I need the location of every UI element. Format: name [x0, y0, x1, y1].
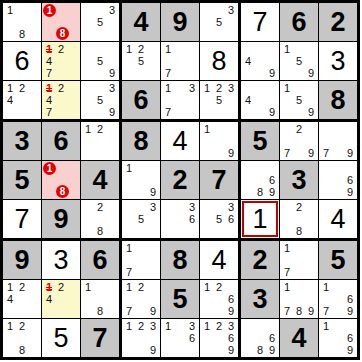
- cell-r8c3[interactable]: 18: [81, 280, 119, 318]
- solved-digit: 8: [200, 42, 238, 80]
- candidate-grid: 1247: [43, 82, 79, 118]
- candidate-5: 5: [94, 94, 106, 106]
- candidate-grid: 124: [4, 281, 40, 317]
- cell-r4c1[interactable]: 3: [3, 122, 41, 160]
- cell-r6c7[interactable]: 1: [241, 200, 279, 238]
- candidate-7: 7: [43, 67, 55, 79]
- candidate-grid: 18: [43, 162, 79, 198]
- cell-r4c8[interactable]: 279: [280, 122, 318, 160]
- cell-r5c8[interactable]: 3: [280, 161, 318, 199]
- cell-r4c7[interactable]: 5: [241, 122, 279, 160]
- given-digit: 6: [42, 122, 80, 160]
- cell-r7c3[interactable]: 6: [81, 241, 119, 279]
- candidate-1: 1: [201, 123, 213, 135]
- candidate-grid: 17: [123, 242, 159, 278]
- candidate-1: 1: [4, 4, 16, 16]
- cell-r3c5[interactable]: 137: [161, 81, 199, 119]
- candidate-4: 4: [4, 293, 16, 305]
- candidate-9: 9: [225, 344, 237, 356]
- candidate-7: 7: [320, 305, 332, 317]
- candidate-1-pair-highlight: 1: [43, 4, 56, 17]
- candidate-8: 8: [293, 225, 305, 237]
- candidate-1: 1: [4, 82, 16, 94]
- candidate-9: 9: [147, 186, 159, 198]
- cell-r8c4[interactable]: 1279: [122, 280, 160, 318]
- cell-r3c8[interactable]: 159: [280, 81, 318, 119]
- candidate-grid: 169: [320, 320, 356, 356]
- candidate-grid: 79: [320, 123, 356, 159]
- box-3: 762491593491598: [241, 3, 357, 119]
- candidate-3: 3: [225, 4, 237, 16]
- candidate-grid: 18: [4, 4, 40, 40]
- candidate-grid: 28: [82, 201, 118, 237]
- candidate-5: 5: [135, 55, 147, 67]
- candidate-8-pair-highlight: 8: [56, 27, 69, 40]
- candidate-7: 7: [123, 305, 135, 317]
- solved-digit: 7: [3, 200, 41, 238]
- candidate-2: 2: [55, 281, 67, 293]
- candidate-5: 5: [213, 94, 225, 106]
- given-digit: 3: [241, 280, 279, 318]
- cell-r1c8[interactable]: 6: [280, 3, 318, 41]
- candidate-2: 2: [16, 320, 28, 332]
- candidate-9: 9: [344, 147, 356, 159]
- candidate-7: 7: [162, 106, 174, 118]
- cell-r2c3[interactable]: 59: [81, 42, 119, 80]
- candidate-8: 8: [16, 28, 28, 40]
- candidate-7: 7: [281, 305, 293, 317]
- given-digit: 7: [200, 161, 238, 199]
- solved-digit: 4: [161, 122, 199, 160]
- candidate-1: 1: [201, 320, 213, 332]
- candidate-6: 6: [225, 332, 237, 344]
- cell-r8c6[interactable]: 1269: [200, 280, 238, 318]
- candidate-grid: 36: [162, 201, 198, 237]
- cell-r8c9[interactable]: 1679: [319, 280, 357, 318]
- candidate-grid: 159: [281, 43, 317, 79]
- candidate-2: 2: [135, 320, 147, 332]
- candidate-3: 3: [147, 201, 159, 213]
- candidate-9: 9: [225, 305, 237, 317]
- candidate-2: 2: [16, 281, 28, 293]
- candidate-grid: 279: [281, 123, 317, 159]
- cell-r6c8[interactable]: 28: [280, 200, 318, 238]
- candidate-grid: 1235: [201, 82, 237, 118]
- candidate-3: 3: [186, 201, 198, 213]
- candidate-7: 7: [281, 266, 293, 278]
- candidate-2: 2: [213, 320, 225, 332]
- candidate-grid: 18: [43, 4, 79, 40]
- cell-r3c6[interactable]: 1235: [200, 81, 238, 119]
- solved-digit: 7: [241, 3, 279, 41]
- candidate-grid: 17: [162, 43, 198, 79]
- cell-r5c1[interactable]: 5: [3, 161, 41, 199]
- cell-r2c4[interactable]: 125: [122, 42, 160, 80]
- cell-r1c6[interactable]: 35: [200, 3, 238, 41]
- candidate-grid: 49: [242, 43, 278, 79]
- cell-r8c2[interactable]: 124: [42, 280, 80, 318]
- candidate-1: 1: [162, 320, 174, 332]
- candidate-grid: 35: [201, 4, 237, 40]
- candidate-1-eliminated: 1: [43, 82, 55, 94]
- candidate-1: 1: [82, 123, 94, 135]
- candidate-grid: 12: [82, 123, 118, 159]
- cell-r3c3[interactable]: 359: [81, 81, 119, 119]
- candidate-6: 6: [225, 293, 237, 305]
- cell-r1c2[interactable]: 18: [42, 3, 80, 41]
- cell-r9c4[interactable]: 1239: [122, 319, 160, 357]
- cell-r1c5[interactable]: 9: [161, 3, 199, 41]
- box-8: 1784127951269123913612369: [122, 241, 238, 357]
- box-6: 5279796893691284: [241, 122, 357, 238]
- candidate-9: 9: [147, 344, 159, 356]
- cell-r6c2[interactable]: 9: [42, 200, 80, 238]
- cell-r4c6[interactable]: 19: [200, 122, 238, 160]
- candidate-grid: 12369: [201, 320, 237, 356]
- candidate-9: 9: [266, 344, 278, 356]
- solved-digit: 1: [241, 200, 279, 238]
- candidate-1: 1: [123, 43, 135, 55]
- candidate-9: 9: [266, 186, 278, 198]
- candidate-6: 6: [344, 174, 356, 186]
- candidate-grid: 689: [242, 162, 278, 198]
- cell-r1c7[interactable]: 7: [241, 3, 279, 41]
- candidate-1-eliminated: 1: [43, 281, 55, 293]
- candidate-8: 8: [254, 344, 266, 356]
- given-digit: 6: [280, 3, 318, 41]
- candidate-9: 9: [344, 186, 356, 198]
- box-7: 9361241241812857: [3, 241, 119, 357]
- candidate-1: 1: [320, 320, 332, 332]
- cell-r5c6[interactable]: 7: [200, 161, 238, 199]
- candidate-4: 4: [43, 55, 55, 67]
- candidate-4: 4: [242, 94, 254, 106]
- given-digit: 9: [161, 3, 199, 41]
- solved-digit: 4: [200, 241, 238, 279]
- candidate-2: 2: [135, 281, 147, 293]
- candidate-grid: 17: [281, 242, 317, 278]
- candidate-2: 2: [293, 123, 305, 135]
- cell-r6c9[interactable]: 4: [319, 200, 357, 238]
- candidate-2: 2: [94, 201, 106, 213]
- candidate-9: 9: [266, 106, 278, 118]
- cell-r3c4[interactable]: 6: [122, 81, 160, 119]
- given-digit: 7: [81, 319, 119, 357]
- candidate-5: 5: [293, 94, 305, 106]
- candidate-2: 2: [16, 82, 28, 94]
- candidate-8-pair-highlight: 8: [56, 185, 69, 198]
- candidate-1: 1: [281, 281, 293, 293]
- candidate-1: 1: [123, 162, 135, 174]
- given-digit: 8: [319, 81, 357, 119]
- candidate-2: 2: [55, 82, 67, 94]
- cell-r4c4[interactable]: 8: [122, 122, 160, 160]
- candidate-9: 9: [106, 106, 118, 118]
- candidate-5: 5: [94, 55, 106, 67]
- candidate-6: 6: [225, 213, 237, 225]
- candidate-8: 8: [94, 225, 106, 237]
- cell-r4c9[interactable]: 79: [319, 122, 357, 160]
- given-digit: 6: [81, 241, 119, 279]
- cell-r9c5[interactable]: 136: [161, 319, 199, 357]
- candidate-4: 4: [4, 94, 16, 106]
- cell-r3c2[interactable]: 1247: [42, 81, 80, 119]
- cell-r4c5[interactable]: 4: [161, 122, 199, 160]
- cell-r7c6[interactable]: 4: [200, 241, 238, 279]
- candidate-1: 1: [123, 242, 135, 254]
- candidate-grid: 18: [82, 281, 118, 317]
- candidate-8: 8: [16, 344, 28, 356]
- cell-r7c9[interactable]: 5: [319, 241, 357, 279]
- candidate-1: 1: [281, 82, 293, 94]
- candidate-6: 6: [186, 332, 198, 344]
- cell-r3c1[interactable]: 124: [3, 81, 41, 119]
- candidate-grid: 49: [242, 82, 278, 118]
- candidate-grid: 689: [242, 320, 278, 356]
- candidate-2: 2: [213, 82, 225, 94]
- cell-r9c9[interactable]: 169: [319, 319, 357, 357]
- cell-r8c7[interactable]: 3: [241, 280, 279, 318]
- cell-r8c5[interactable]: 5: [161, 280, 199, 318]
- cell-r9c6[interactable]: 12369: [200, 319, 238, 357]
- candidate-1: 1: [201, 281, 213, 293]
- candidate-9: 9: [106, 67, 118, 79]
- candidate-9: 9: [225, 147, 237, 159]
- cell-r7c8[interactable]: 17: [280, 241, 318, 279]
- candidate-grid: 128: [4, 320, 40, 356]
- candidate-3: 3: [225, 320, 237, 332]
- candidate-1: 1: [162, 82, 174, 94]
- candidate-3: 3: [106, 82, 118, 94]
- cell-r9c2[interactable]: 5: [42, 319, 80, 357]
- cell-r5c2[interactable]: 18: [42, 161, 80, 199]
- candidate-grid: 1269: [201, 281, 237, 317]
- candidate-1-eliminated: 1: [43, 43, 55, 55]
- solved-digit: 3: [319, 42, 357, 80]
- solved-digit: 5: [42, 319, 80, 357]
- cell-r9c7[interactable]: 689: [241, 319, 279, 357]
- candidate-4: 4: [43, 293, 55, 305]
- candidate-5: 5: [94, 16, 106, 28]
- given-digit: 9: [3, 241, 41, 279]
- candidate-grid: 1279: [123, 281, 159, 317]
- candidate-3: 3: [106, 4, 118, 16]
- cell-r3c9[interactable]: 8: [319, 81, 357, 119]
- cell-r1c3[interactable]: 35: [81, 3, 119, 41]
- candidate-1: 1: [123, 320, 135, 332]
- candidate-5: 5: [293, 55, 305, 67]
- given-digit: 5: [161, 280, 199, 318]
- cell-r6c5[interactable]: 36: [161, 200, 199, 238]
- candidate-1: 1: [320, 281, 332, 293]
- candidate-6: 6: [266, 332, 278, 344]
- cell-r5c4[interactable]: 19: [122, 161, 160, 199]
- given-digit: 6: [122, 81, 160, 119]
- given-digit: 4: [81, 161, 119, 199]
- given-digit: 4: [122, 3, 160, 41]
- candidate-grid: 1239: [123, 320, 159, 356]
- candidate-3: 3: [147, 320, 159, 332]
- candidate-9: 9: [305, 106, 317, 118]
- candidate-6: 6: [266, 174, 278, 186]
- candidate-9: 9: [305, 147, 317, 159]
- candidate-6: 6: [186, 213, 198, 225]
- cell-r3c7[interactable]: 49: [241, 81, 279, 119]
- candidate-1: 1: [4, 320, 16, 332]
- given-digit: 2: [161, 161, 199, 199]
- cell-r1c4[interactable]: 4: [122, 3, 160, 41]
- box-1: 18183561247591241247359: [3, 3, 119, 119]
- cell-r4c3[interactable]: 12: [81, 122, 119, 160]
- cell-r6c4[interactable]: 35: [122, 200, 160, 238]
- candidate-7: 7: [43, 106, 55, 118]
- candidate-2: 2: [293, 201, 305, 213]
- candidate-1: 1: [281, 242, 293, 254]
- candidate-grid: 35: [82, 4, 118, 40]
- candidate-grid: 124: [43, 281, 79, 317]
- candidate-grid: 19: [201, 123, 237, 159]
- candidate-grid: 359: [82, 82, 118, 118]
- candidate-7: 7: [123, 266, 135, 278]
- cell-r2c8[interactable]: 159: [280, 42, 318, 80]
- candidate-9: 9: [147, 305, 159, 317]
- candidate-6: 6: [344, 293, 356, 305]
- cell-r6c6[interactable]: 356: [200, 200, 238, 238]
- candidate-grid: 1247: [43, 43, 79, 79]
- given-digit: 9: [42, 200, 80, 238]
- candidate-7: 7: [320, 147, 332, 159]
- candidate-8: 8: [94, 305, 106, 317]
- cell-r8c1[interactable]: 124: [3, 280, 41, 318]
- cell-r5c3[interactable]: 4: [81, 161, 119, 199]
- cell-r4c2[interactable]: 6: [42, 122, 80, 160]
- cell-r1c9[interactable]: 2: [319, 3, 357, 41]
- candidate-5: 5: [135, 213, 147, 225]
- candidate-2: 2: [55, 43, 67, 55]
- cell-r2c6[interactable]: 8: [200, 42, 238, 80]
- given-digit: 5: [3, 161, 41, 199]
- box-9: 21753178916796894169: [241, 241, 357, 357]
- candidate-4: 4: [242, 55, 254, 67]
- candidate-3: 3: [186, 320, 198, 332]
- given-digit: 2: [319, 3, 357, 41]
- candidate-1: 1: [201, 82, 213, 94]
- candidate-6: 6: [344, 332, 356, 344]
- solved-digit: 3: [42, 241, 80, 279]
- candidate-1: 1: [281, 43, 293, 55]
- given-digit: 8: [122, 122, 160, 160]
- given-digit: 5: [241, 122, 279, 160]
- cell-r9c3[interactable]: 7: [81, 319, 119, 357]
- given-digit: 4: [280, 319, 318, 357]
- candidate-9: 9: [266, 67, 278, 79]
- solved-digit: 4: [319, 200, 357, 238]
- candidate-grid: 356: [201, 201, 237, 237]
- candidate-1: 1: [4, 281, 16, 293]
- cell-r9c8[interactable]: 4: [280, 319, 318, 357]
- candidate-grid: 159: [281, 82, 317, 118]
- cell-r2c9[interactable]: 3: [319, 42, 357, 80]
- cell-r5c9[interactable]: 69: [319, 161, 357, 199]
- cell-r2c5[interactable]: 17: [161, 42, 199, 80]
- cell-r2c2[interactable]: 1247: [42, 42, 80, 80]
- candidate-5: 5: [213, 213, 225, 225]
- candidate-grid: 19: [123, 162, 159, 198]
- candidate-2: 2: [94, 123, 106, 135]
- candidate-grid: 59: [82, 43, 118, 79]
- candidate-1: 1: [162, 43, 174, 55]
- cell-r6c1[interactable]: 7: [3, 200, 41, 238]
- given-digit: 3: [280, 161, 318, 199]
- solved-digit: 6: [3, 42, 41, 80]
- candidate-grid: 124: [4, 82, 40, 118]
- candidate-2: 2: [135, 43, 147, 55]
- cell-r2c7[interactable]: 49: [241, 42, 279, 80]
- sudoku-board: 1818356124759124124735949351251786137123…: [0, 0, 360, 360]
- candidate-grid: 35: [123, 201, 159, 237]
- cell-r5c5[interactable]: 2: [161, 161, 199, 199]
- candidate-1-pair-highlight: 1: [43, 162, 56, 175]
- box-5: 841919273536356: [122, 122, 238, 238]
- candidate-8: 8: [254, 186, 266, 198]
- cell-r5c7[interactable]: 689: [241, 161, 279, 199]
- cell-r8c8[interactable]: 1789: [280, 280, 318, 318]
- given-digit: 3: [3, 122, 41, 160]
- candidate-7: 7: [281, 147, 293, 159]
- candidate-grid: 136: [162, 320, 198, 356]
- candidate-4: 4: [43, 94, 55, 106]
- candidate-grid: 1679: [320, 281, 356, 317]
- cell-r2c1[interactable]: 6: [3, 42, 41, 80]
- candidate-grid: 69: [320, 162, 356, 198]
- candidate-8: 8: [293, 305, 305, 317]
- candidate-9: 9: [305, 67, 317, 79]
- given-digit: 5: [319, 241, 357, 279]
- cell-r6c3[interactable]: 28: [81, 200, 119, 238]
- cell-r7c4[interactable]: 17: [122, 241, 160, 279]
- given-digit: 8: [161, 241, 199, 279]
- candidate-9: 9: [344, 344, 356, 356]
- given-digit: 2: [241, 241, 279, 279]
- candidate-grid: 1789: [281, 281, 317, 317]
- candidate-5: 5: [213, 16, 225, 28]
- candidate-9: 9: [305, 305, 317, 317]
- candidate-2: 2: [213, 281, 225, 293]
- candidate-9: 9: [344, 305, 356, 317]
- candidate-grid: 125: [123, 43, 159, 79]
- candidate-grid: 137: [162, 82, 198, 118]
- candidate-3: 3: [225, 82, 237, 94]
- candidate-7: 7: [162, 67, 174, 79]
- candidate-grid: 28: [281, 201, 317, 237]
- candidate-1: 1: [82, 281, 94, 293]
- candidate-3: 3: [225, 201, 237, 213]
- cell-r9c1[interactable]: 128: [3, 319, 41, 357]
- cell-r7c5[interactable]: 8: [161, 241, 199, 279]
- candidate-1: 1: [123, 281, 135, 293]
- cell-r7c2[interactable]: 3: [42, 241, 80, 279]
- box-2: 493512517861371235: [122, 3, 238, 119]
- candidate-3: 3: [186, 82, 198, 94]
- cell-r7c1[interactable]: 9: [3, 241, 41, 279]
- cell-r7c7[interactable]: 2: [241, 241, 279, 279]
- box-4: 361251847928: [3, 122, 119, 238]
- cell-r1c1[interactable]: 18: [3, 3, 41, 41]
